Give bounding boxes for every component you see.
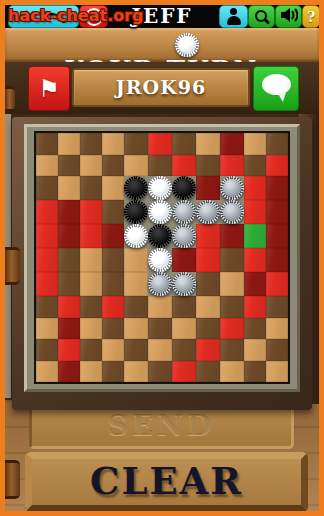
board-cell[interactable] — [148, 339, 172, 361]
board-cell[interactable] — [266, 224, 288, 248]
board-cell[interactable] — [124, 318, 148, 340]
board-cell[interactable] — [244, 224, 266, 248]
cap-silver[interactable] — [172, 224, 196, 248]
board-cell[interactable] — [80, 224, 102, 248]
board-cell[interactable] — [102, 133, 124, 155]
board-cell[interactable] — [266, 361, 288, 383]
board-cell[interactable] — [244, 318, 266, 340]
cap-silver[interactable] — [196, 200, 220, 224]
board-cell[interactable] — [266, 176, 288, 200]
door-hinge-bottom — [5, 460, 20, 499]
board-cell[interactable] — [196, 296, 220, 318]
board-cell[interactable] — [244, 272, 266, 296]
board-cell[interactable] — [36, 133, 58, 155]
board-cell[interactable] — [244, 133, 266, 155]
door-hinge-top — [5, 86, 15, 112]
board-cell[interactable] — [102, 361, 124, 383]
board-cell[interactable] — [80, 339, 102, 361]
board-cell[interactable] — [102, 272, 124, 296]
board-cell[interactable] — [58, 155, 80, 177]
cap-silver[interactable] — [172, 272, 196, 296]
resign-flag-button[interactable]: ⚑ — [28, 66, 70, 111]
board-cell[interactable] — [266, 248, 288, 272]
board-cell[interactable] — [36, 155, 58, 177]
cap-silver[interactable] — [148, 272, 172, 296]
watermark-text: hack-cheat.org — [8, 6, 144, 25]
cap-black[interactable] — [124, 176, 148, 200]
board-cell[interactable] — [124, 339, 148, 361]
board-cell[interactable] — [36, 200, 58, 224]
flag-icon: ⚑ — [38, 77, 60, 101]
turn-banner: YOUR TURN — [5, 28, 319, 62]
board-cell[interactable] — [80, 155, 102, 177]
board-cell[interactable] — [266, 272, 288, 296]
board-cell[interactable] — [266, 339, 288, 361]
board-cell[interactable] — [172, 339, 196, 361]
board-cell[interactable] — [102, 176, 124, 200]
board-cell[interactable] — [58, 133, 80, 155]
board-cell[interactable] — [36, 296, 58, 318]
board-cell[interactable] — [58, 176, 80, 200]
board-cell[interactable] — [266, 155, 288, 177]
board-cell[interactable] — [172, 133, 196, 155]
board-cell[interactable] — [36, 339, 58, 361]
magnifier-icon — [254, 9, 270, 25]
board-cell[interactable] — [220, 133, 244, 155]
board-cell[interactable] — [80, 133, 102, 155]
game-screen: JEFF ? YOUR TURN ⚑ JROK96 — [0, 0, 324, 516]
cap-black[interactable] — [172, 176, 196, 200]
board-cell[interactable] — [172, 318, 196, 340]
board-cell[interactable] — [80, 361, 102, 383]
board-cell[interactable] — [102, 200, 124, 224]
send-button-label: SEND — [108, 405, 215, 446]
board-cell[interactable] — [244, 248, 266, 272]
board-cell[interactable] — [172, 361, 196, 383]
board-cell[interactable] — [220, 361, 244, 383]
clear-button[interactable]: CLEAR — [25, 452, 308, 512]
clear-button-label: CLEAR — [90, 459, 243, 504]
board-cell[interactable] — [196, 176, 220, 200]
board-cell[interactable] — [148, 318, 172, 340]
cap-silver[interactable] — [220, 176, 244, 200]
board-cell[interactable] — [196, 318, 220, 340]
board — [36, 133, 288, 382]
board-cell[interactable] — [244, 339, 266, 361]
board-cell[interactable] — [58, 248, 80, 272]
cap-white[interactable] — [148, 248, 172, 272]
cap-white[interactable] — [124, 224, 148, 248]
board-cell[interactable] — [124, 272, 148, 296]
board-cell[interactable] — [102, 318, 124, 340]
chat-button[interactable] — [253, 66, 299, 111]
board-cell[interactable] — [220, 318, 244, 340]
board-cell[interactable] — [102, 339, 124, 361]
board-cell[interactable] — [148, 155, 172, 177]
board-cell[interactable] — [36, 272, 58, 296]
white-cap-decoration-left — [175, 33, 199, 57]
board-cell[interactable] — [266, 133, 288, 155]
board-cell[interactable] — [102, 224, 124, 248]
board-cell[interactable] — [196, 133, 220, 155]
board-cell[interactable] — [102, 248, 124, 272]
board-cell[interactable] — [36, 248, 58, 272]
board-cell[interactable] — [124, 296, 148, 318]
profile-button[interactable] — [219, 5, 248, 28]
board-cell[interactable] — [36, 361, 58, 383]
cap-white[interactable] — [148, 176, 172, 200]
board-cell[interactable] — [220, 248, 244, 272]
cap-silver[interactable] — [172, 200, 196, 224]
board-cell[interactable] — [172, 155, 196, 177]
board-cell[interactable] — [36, 224, 58, 248]
board-cell[interactable] — [124, 248, 148, 272]
board-cell[interactable] — [196, 248, 220, 272]
board-cell[interactable] — [80, 200, 102, 224]
opponent-name-plate: JROK96 — [72, 68, 250, 107]
board-cell[interactable] — [196, 155, 220, 177]
board-cell[interactable] — [124, 133, 148, 155]
cap-white[interactable] — [148, 200, 172, 224]
board-cell[interactable] — [80, 176, 102, 200]
board-cell[interactable] — [196, 339, 220, 361]
board-cell[interactable] — [148, 296, 172, 318]
board-cell[interactable] — [58, 200, 80, 224]
board-cell[interactable] — [80, 318, 102, 340]
board-cell[interactable] — [266, 200, 288, 224]
board-cell[interactable] — [220, 155, 244, 177]
board-cell[interactable] — [220, 272, 244, 296]
person-icon — [226, 8, 242, 25]
search-button[interactable] — [248, 5, 275, 28]
board-cell[interactable] — [36, 176, 58, 200]
board-cell[interactable] — [244, 200, 266, 224]
sound-button[interactable] — [275, 5, 302, 28]
board-cell[interactable] — [196, 361, 220, 383]
board-cell[interactable] — [148, 133, 172, 155]
board-cell[interactable] — [80, 272, 102, 296]
board-cell[interactable] — [266, 296, 288, 318]
board-cell[interactable] — [58, 272, 80, 296]
board-cell[interactable] — [244, 176, 266, 200]
board-cell[interactable] — [220, 224, 244, 248]
board-cell[interactable] — [220, 296, 244, 318]
board-cell[interactable] — [58, 318, 80, 340]
board-cell[interactable] — [80, 248, 102, 272]
board-cell[interactable] — [124, 361, 148, 383]
board-cell[interactable] — [172, 248, 196, 272]
board-cell[interactable] — [148, 361, 172, 383]
board-cell[interactable] — [244, 155, 266, 177]
opponent-name: JROK96 — [74, 70, 248, 105]
help-button[interactable]: ? — [302, 5, 320, 28]
board-cell[interactable] — [172, 296, 196, 318]
board-cell[interactable] — [58, 224, 80, 248]
board-cell[interactable] — [244, 296, 266, 318]
board-cell[interactable] — [58, 361, 80, 383]
board-cell[interactable] — [196, 224, 220, 248]
board-cell[interactable] — [80, 296, 102, 318]
board-cell[interactable] — [196, 272, 220, 296]
board-cell[interactable] — [58, 339, 80, 361]
board-cell[interactable] — [102, 296, 124, 318]
board-cell[interactable] — [266, 318, 288, 340]
board-cell[interactable] — [124, 155, 148, 177]
chat-bubble-icon — [262, 74, 291, 95]
board-cell[interactable] — [58, 296, 80, 318]
door-hinge-middle — [5, 247, 20, 285]
board-cell[interactable] — [220, 339, 244, 361]
speaker-icon — [280, 7, 298, 27]
board-cell[interactable] — [102, 155, 124, 177]
opponent-bar: ⚑ JROK96 — [5, 62, 319, 114]
cap-black[interactable] — [148, 224, 172, 248]
board-cell[interactable] — [36, 318, 58, 340]
cap-silver[interactable] — [220, 200, 244, 224]
cap-black[interactable] — [124, 200, 148, 224]
board-cell[interactable] — [244, 361, 266, 383]
